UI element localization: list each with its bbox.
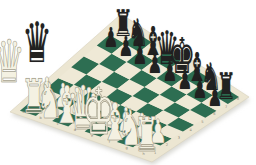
chess-set-photo: abcdefgh12345678♜♞♝♛♚♝♞♜♟♟♟♟♟♟♟♟♟♟♟♟♟♟♟♟… bbox=[0, 0, 256, 165]
board-svg bbox=[0, 0, 256, 165]
